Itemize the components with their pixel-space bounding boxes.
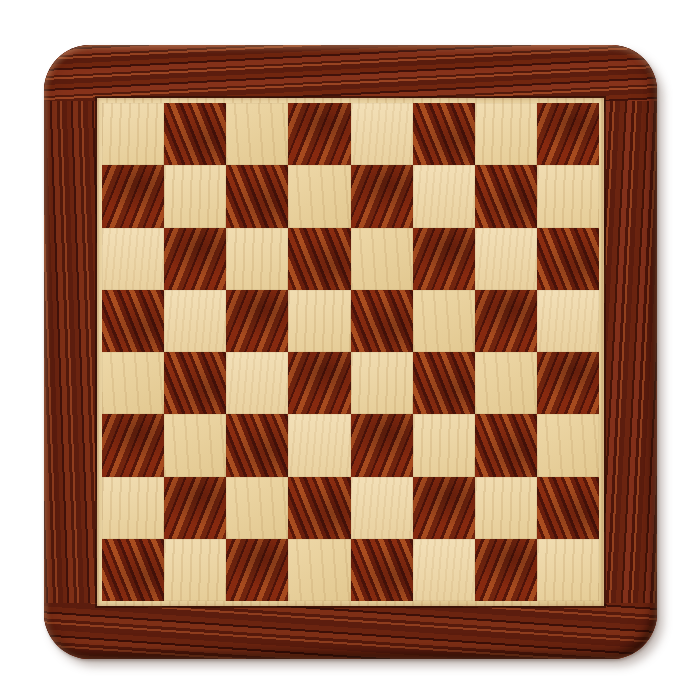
square-c7[interactable] <box>226 165 288 227</box>
square-f1[interactable] <box>413 539 475 601</box>
square-g3[interactable] <box>475 414 537 476</box>
square-d5[interactable] <box>288 290 350 352</box>
square-a5[interactable] <box>102 290 164 352</box>
square-b1[interactable] <box>164 539 226 601</box>
square-b8[interactable] <box>164 103 226 165</box>
square-f2[interactable] <box>413 477 475 539</box>
square-c2[interactable] <box>226 477 288 539</box>
square-g4[interactable] <box>475 352 537 414</box>
square-g8[interactable] <box>475 103 537 165</box>
square-a4[interactable] <box>102 352 164 414</box>
square-e3[interactable] <box>351 414 413 476</box>
square-h2[interactable] <box>537 477 599 539</box>
square-d3[interactable] <box>288 414 350 476</box>
square-b4[interactable] <box>164 352 226 414</box>
square-g6[interactable] <box>475 228 537 290</box>
square-f6[interactable] <box>413 228 475 290</box>
board-frame-top <box>44 45 657 101</box>
square-b2[interactable] <box>164 477 226 539</box>
square-e6[interactable] <box>351 228 413 290</box>
square-e5[interactable] <box>351 290 413 352</box>
square-a7[interactable] <box>102 165 164 227</box>
square-d8[interactable] <box>288 103 350 165</box>
square-a2[interactable] <box>102 477 164 539</box>
square-g7[interactable] <box>475 165 537 227</box>
square-b5[interactable] <box>164 290 226 352</box>
square-h5[interactable] <box>537 290 599 352</box>
square-c1[interactable] <box>226 539 288 601</box>
square-a6[interactable] <box>102 228 164 290</box>
square-b3[interactable] <box>164 414 226 476</box>
square-a3[interactable] <box>102 414 164 476</box>
square-d1[interactable] <box>288 539 350 601</box>
chess-board <box>44 45 657 659</box>
square-c4[interactable] <box>226 352 288 414</box>
square-c6[interactable] <box>226 228 288 290</box>
square-b7[interactable] <box>164 165 226 227</box>
square-c3[interactable] <box>226 414 288 476</box>
square-e8[interactable] <box>351 103 413 165</box>
square-g2[interactable] <box>475 477 537 539</box>
square-e4[interactable] <box>351 352 413 414</box>
square-f8[interactable] <box>413 103 475 165</box>
square-c5[interactable] <box>226 290 288 352</box>
squares-grid <box>102 103 599 601</box>
square-h3[interactable] <box>537 414 599 476</box>
square-h8[interactable] <box>537 103 599 165</box>
square-d6[interactable] <box>288 228 350 290</box>
square-h7[interactable] <box>537 165 599 227</box>
square-c8[interactable] <box>226 103 288 165</box>
square-g1[interactable] <box>475 539 537 601</box>
square-d2[interactable] <box>288 477 350 539</box>
square-f4[interactable] <box>413 352 475 414</box>
playing-field <box>97 98 604 606</box>
square-e7[interactable] <box>351 165 413 227</box>
product-photo-stage <box>0 0 700 700</box>
square-h6[interactable] <box>537 228 599 290</box>
board-frame-bottom <box>44 603 657 659</box>
square-d4[interactable] <box>288 352 350 414</box>
square-g5[interactable] <box>475 290 537 352</box>
square-e1[interactable] <box>351 539 413 601</box>
square-d7[interactable] <box>288 165 350 227</box>
board-frame-left <box>44 45 100 659</box>
square-b6[interactable] <box>164 228 226 290</box>
square-f5[interactable] <box>413 290 475 352</box>
square-f7[interactable] <box>413 165 475 227</box>
square-h1[interactable] <box>537 539 599 601</box>
square-h4[interactable] <box>537 352 599 414</box>
square-e2[interactable] <box>351 477 413 539</box>
square-f3[interactable] <box>413 414 475 476</box>
square-a8[interactable] <box>102 103 164 165</box>
square-a1[interactable] <box>102 539 164 601</box>
board-frame-right <box>601 45 657 659</box>
